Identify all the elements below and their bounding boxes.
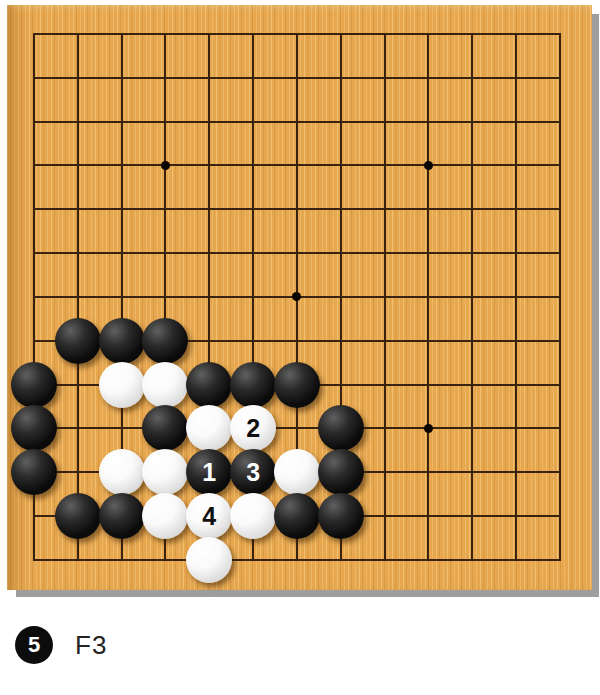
grid-vline: [384, 33, 386, 561]
grid-hline: [33, 559, 561, 561]
black-stone: [55, 318, 101, 364]
black-stone: [11, 449, 57, 495]
go-board: 2134: [7, 5, 592, 590]
move-number-label: 2: [246, 416, 260, 441]
white-stone: 4: [186, 493, 232, 539]
caption-move-number: 5: [28, 634, 40, 656]
white-stone: [186, 405, 232, 451]
grid-vline: [559, 33, 561, 561]
white-stone: [99, 449, 145, 495]
grid-vline: [515, 33, 517, 561]
go-diagram-page: { "game": "go", "board": { "size": 13, "…: [0, 0, 600, 695]
black-stone: [274, 362, 320, 408]
star-point: [292, 292, 301, 301]
white-stone: [142, 449, 188, 495]
black-stone: [11, 362, 57, 408]
caption-coordinate: F3: [75, 632, 107, 658]
black-stone: [186, 362, 232, 408]
black-stone: [318, 493, 364, 539]
black-stone: [274, 493, 320, 539]
move-number-label: 1: [202, 460, 216, 485]
white-stone: 2: [230, 405, 276, 451]
white-stone: [274, 449, 320, 495]
white-stone: [142, 362, 188, 408]
black-stone: [99, 493, 145, 539]
star-point: [424, 424, 433, 433]
move-number-label: 3: [246, 460, 260, 485]
black-stone: [142, 318, 188, 364]
move-caption: 5 F3: [15, 626, 107, 664]
white-stone: [142, 493, 188, 539]
black-stone: [11, 405, 57, 451]
grid-vline: [427, 33, 429, 561]
grid-hline: [33, 427, 561, 429]
caption-black-stone-icon: 5: [15, 626, 53, 664]
white-stone: [99, 362, 145, 408]
black-stone: 3: [230, 449, 276, 495]
black-stone: [142, 405, 188, 451]
star-point: [424, 161, 433, 170]
white-stone: [186, 537, 232, 583]
black-stone: 1: [186, 449, 232, 495]
black-stone: [230, 362, 276, 408]
star-point: [161, 161, 170, 170]
black-stone: [318, 449, 364, 495]
black-stone: [318, 405, 364, 451]
grid-vline: [471, 33, 473, 561]
white-stone: [230, 493, 276, 539]
black-stone: [99, 318, 145, 364]
black-stone: [55, 493, 101, 539]
move-number-label: 4: [202, 504, 216, 529]
